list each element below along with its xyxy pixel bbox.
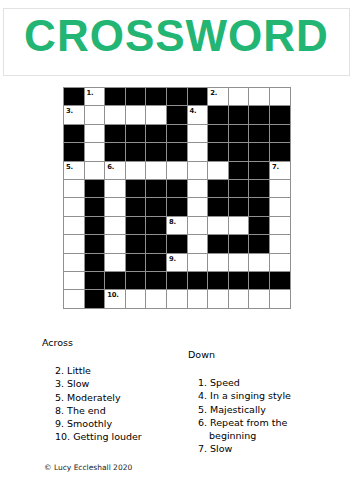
empty-cell[interactable]: 8.	[167, 217, 187, 234]
block-cell	[126, 235, 146, 252]
empty-cell[interactable]	[146, 290, 166, 307]
block-cell	[167, 198, 187, 215]
empty-cell[interactable]: 10.	[105, 290, 125, 307]
block-cell	[85, 198, 105, 215]
empty-cell[interactable]	[105, 235, 125, 252]
empty-cell[interactable]	[270, 88, 290, 105]
empty-cell[interactable]	[208, 217, 228, 234]
block-cell	[85, 272, 105, 289]
empty-cell[interactable]	[188, 162, 208, 179]
page-title: CROSSWORD	[0, 12, 353, 60]
empty-cell[interactable]	[105, 180, 125, 197]
clue-item: 6. Repeat from the beginning	[198, 416, 300, 443]
empty-cell[interactable]	[64, 254, 84, 271]
block-cell	[85, 254, 105, 271]
clue-item: 5. Majestically	[198, 403, 300, 416]
empty-cell[interactable]	[188, 254, 208, 271]
block-cell	[270, 125, 290, 142]
clue-item: 2. Little	[55, 364, 172, 377]
empty-cell[interactable]: 1.	[85, 88, 105, 105]
block-cell	[188, 272, 208, 289]
block-cell	[249, 198, 269, 215]
clue-number: 4.	[190, 107, 197, 115]
empty-cell[interactable]	[229, 290, 249, 307]
block-cell	[126, 125, 146, 142]
empty-cell[interactable]	[249, 290, 269, 307]
block-cell	[208, 198, 228, 215]
block-cell	[249, 235, 269, 252]
block-cell	[126, 254, 146, 271]
empty-cell[interactable]: 4.	[188, 106, 208, 123]
block-cell	[64, 143, 84, 160]
empty-cell[interactable]	[126, 162, 146, 179]
empty-cell[interactable]	[270, 235, 290, 252]
empty-cell[interactable]	[167, 290, 187, 307]
clue-item: 3. Slow	[55, 377, 172, 390]
across-clues-section: Across 2. Little3. Slow5. Moderately8. T…	[42, 337, 172, 444]
empty-cell[interactable]	[64, 180, 84, 197]
block-cell	[146, 125, 166, 142]
empty-cell[interactable]	[85, 125, 105, 142]
block-cell	[167, 106, 187, 123]
block-cell	[270, 272, 290, 289]
clue-number: 10.	[107, 291, 118, 299]
block-cell	[126, 198, 146, 215]
empty-cell[interactable]	[64, 272, 84, 289]
empty-cell[interactable]: 7.	[270, 162, 290, 179]
empty-cell[interactable]	[105, 198, 125, 215]
empty-cell[interactable]	[188, 290, 208, 307]
empty-cell[interactable]	[167, 162, 187, 179]
block-cell	[249, 143, 269, 160]
block-cell	[85, 180, 105, 197]
clue-number: 7.	[272, 163, 279, 171]
empty-cell[interactable]	[270, 180, 290, 197]
clue-item: 8. The end	[55, 404, 172, 417]
empty-cell[interactable]	[208, 254, 228, 271]
clue-item: 5. Moderately	[55, 391, 172, 404]
block-cell	[85, 235, 105, 252]
clue-item: 9. Smoothly	[55, 417, 172, 430]
block-cell	[105, 125, 125, 142]
empty-cell[interactable]	[146, 106, 166, 123]
empty-cell[interactable]	[126, 106, 146, 123]
empty-cell[interactable]	[64, 290, 84, 307]
empty-cell[interactable]	[105, 217, 125, 234]
block-cell	[188, 88, 208, 105]
block-cell	[229, 272, 249, 289]
empty-cell[interactable]: 2.	[208, 88, 228, 105]
empty-cell[interactable]	[229, 254, 249, 271]
empty-cell[interactable]	[208, 162, 228, 179]
block-cell	[229, 180, 249, 197]
empty-cell[interactable]	[64, 217, 84, 234]
empty-cell[interactable]: 6.	[105, 162, 125, 179]
empty-cell[interactable]	[85, 143, 105, 160]
block-cell	[126, 143, 146, 160]
clue-number: 3.	[66, 107, 73, 115]
empty-cell[interactable]	[64, 198, 84, 215]
clue-number: 9.	[169, 255, 176, 263]
across-heading: Across	[42, 337, 172, 348]
block-cell	[229, 198, 249, 215]
worksheet-page: CROSSWORD 1.2.3.4.5.6.7.8.9.10. Across 2…	[0, 0, 353, 500]
across-list: 2. Little3. Slow5. Moderately8. The end9…	[55, 364, 172, 444]
block-cell	[126, 180, 146, 197]
empty-cell[interactable]	[188, 217, 208, 234]
block-cell	[229, 235, 249, 252]
down-clues-section: Down 1. Speed4. In a singing style5. Maj…	[188, 349, 300, 456]
block-cell	[229, 106, 249, 123]
empty-cell[interactable]	[188, 235, 208, 252]
block-cell	[208, 180, 228, 197]
block-cell	[249, 125, 269, 142]
block-cell	[229, 125, 249, 142]
block-cell	[270, 143, 290, 160]
empty-cell[interactable]	[229, 88, 249, 105]
block-cell	[208, 125, 228, 142]
block-cell	[167, 180, 187, 197]
empty-cell[interactable]	[270, 198, 290, 215]
block-cell	[208, 272, 228, 289]
block-cell	[64, 88, 84, 105]
clue-number: 8.	[169, 218, 176, 226]
block-cell	[126, 272, 146, 289]
empty-cell[interactable]	[105, 106, 125, 123]
block-cell	[105, 143, 125, 160]
block-cell	[146, 180, 166, 197]
down-heading: Down	[188, 349, 300, 360]
clue-item: 10. Getting louder	[55, 430, 172, 443]
empty-cell[interactable]	[126, 290, 146, 307]
block-cell	[126, 217, 146, 234]
clue-number: 1.	[87, 89, 94, 97]
empty-cell[interactable]	[229, 217, 249, 234]
block-cell	[167, 125, 187, 142]
block-cell	[229, 162, 249, 179]
crossword-grid: 1.2.3.4.5.6.7.8.9.10.	[63, 87, 291, 309]
block-cell	[146, 198, 166, 215]
empty-cell[interactable]	[85, 162, 105, 179]
empty-cell[interactable]: 9.	[167, 254, 187, 271]
empty-cell[interactable]	[85, 106, 105, 123]
block-cell	[146, 235, 166, 252]
block-cell	[229, 143, 249, 160]
block-cell	[249, 162, 269, 179]
block-cell	[167, 235, 187, 252]
clue-item: 7. Slow	[198, 442, 300, 455]
block-cell	[85, 217, 105, 234]
block-cell	[249, 272, 269, 289]
empty-cell[interactable]	[188, 125, 208, 142]
block-cell	[249, 106, 269, 123]
clue-number: 5.	[66, 163, 73, 171]
empty-cell[interactable]	[188, 143, 208, 160]
empty-cell[interactable]	[208, 290, 228, 307]
block-cell	[208, 235, 228, 252]
block-cell	[85, 290, 105, 307]
empty-cell[interactable]	[188, 180, 208, 197]
block-cell	[167, 88, 187, 105]
block-cell	[270, 106, 290, 123]
clue-item: 1. Speed	[198, 376, 300, 389]
empty-cell[interactable]	[249, 254, 269, 271]
block-cell	[146, 88, 166, 105]
empty-cell[interactable]	[105, 254, 125, 271]
block-cell	[126, 88, 146, 105]
block-cell	[249, 180, 269, 197]
empty-cell[interactable]	[270, 290, 290, 307]
empty-cell[interactable]: 3.	[64, 106, 84, 123]
block-cell	[167, 143, 187, 160]
copyright-text: © Lucy Eccleshall 2020	[44, 463, 132, 472]
empty-cell[interactable]	[270, 254, 290, 271]
clue-item: 4. In a singing style	[198, 389, 300, 402]
down-list: 1. Speed4. In a singing style5. Majestic…	[198, 376, 300, 456]
block-cell	[64, 125, 84, 142]
block-cell	[146, 254, 166, 271]
empty-cell[interactable]	[249, 88, 269, 105]
block-cell	[249, 217, 269, 234]
block-cell	[146, 272, 166, 289]
block-cell	[208, 143, 228, 160]
clue-number: 6.	[107, 163, 114, 171]
block-cell	[105, 272, 125, 289]
empty-cell[interactable]	[188, 198, 208, 215]
empty-cell[interactable]	[270, 217, 290, 234]
block-cell	[208, 106, 228, 123]
clue-number: 2.	[210, 89, 217, 97]
block-cell	[146, 143, 166, 160]
block-cell	[146, 217, 166, 234]
block-cell	[105, 88, 125, 105]
empty-cell[interactable]: 5.	[64, 162, 84, 179]
block-cell	[167, 272, 187, 289]
empty-cell[interactable]	[146, 162, 166, 179]
empty-cell[interactable]	[64, 235, 84, 252]
